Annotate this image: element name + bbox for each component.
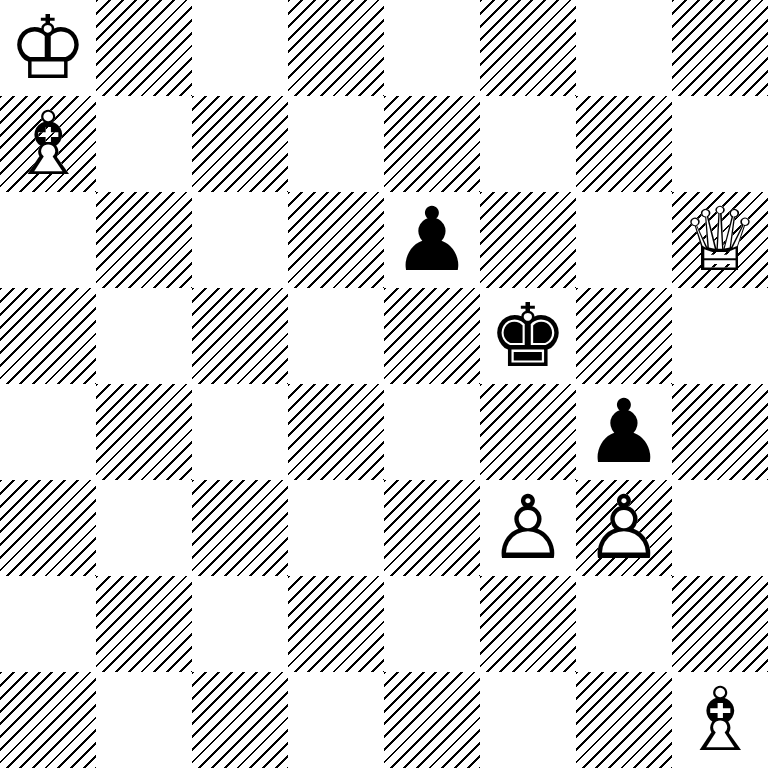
square-g3[interactable]: ♟♙	[576, 480, 672, 576]
piece-glyph: ♟	[384, 192, 480, 288]
square-d5[interactable]	[288, 288, 384, 384]
square-g2[interactable]	[576, 576, 672, 672]
square-e6[interactable]: ♟	[384, 192, 480, 288]
square-d4[interactable]	[288, 384, 384, 480]
square-d1[interactable]	[288, 672, 384, 768]
square-e7[interactable]	[384, 96, 480, 192]
square-g4[interactable]: ♟	[576, 384, 672, 480]
piece-glyph: ♚	[480, 288, 576, 384]
square-e3[interactable]	[384, 480, 480, 576]
white-pawn-piece[interactable]: ♟♙	[480, 480, 576, 576]
square-d7[interactable]	[288, 96, 384, 192]
square-c1[interactable]	[192, 672, 288, 768]
square-h7[interactable]	[672, 96, 768, 192]
square-d3[interactable]	[288, 480, 384, 576]
piece-glyph: ♙	[480, 480, 576, 576]
square-g6[interactable]	[576, 192, 672, 288]
square-c4[interactable]	[192, 384, 288, 480]
piece-glyph: ♕	[672, 192, 768, 288]
square-a1[interactable]	[0, 672, 96, 768]
square-e5[interactable]	[384, 288, 480, 384]
square-b6[interactable]	[96, 192, 192, 288]
square-h4[interactable]	[672, 384, 768, 480]
square-c8[interactable]	[192, 0, 288, 96]
square-h1[interactable]: ♝♗	[672, 672, 768, 768]
square-b1[interactable]	[96, 672, 192, 768]
square-g8[interactable]	[576, 0, 672, 96]
chess-board: ♚♔♝♗♟♛♕♚♟♟♙♟♙♝♗	[0, 0, 768, 768]
square-a6[interactable]	[0, 192, 96, 288]
piece-glyph: ♟	[576, 384, 672, 480]
white-pawn-piece[interactable]: ♟♙	[576, 480, 672, 576]
square-c2[interactable]	[192, 576, 288, 672]
white-bishop-piece[interactable]: ♝♗	[672, 672, 768, 768]
square-f5[interactable]: ♚	[480, 288, 576, 384]
square-b3[interactable]	[96, 480, 192, 576]
square-e2[interactable]	[384, 576, 480, 672]
square-b7[interactable]	[96, 96, 192, 192]
square-f1[interactable]	[480, 672, 576, 768]
square-d8[interactable]	[288, 0, 384, 96]
square-f3[interactable]: ♟♙	[480, 480, 576, 576]
square-h5[interactable]	[672, 288, 768, 384]
square-a5[interactable]	[0, 288, 96, 384]
piece-glyph: ♗	[672, 672, 768, 768]
square-e1[interactable]	[384, 672, 480, 768]
square-d2[interactable]	[288, 576, 384, 672]
white-king-piece[interactable]: ♚♔	[0, 0, 96, 96]
square-f4[interactable]	[480, 384, 576, 480]
square-c7[interactable]	[192, 96, 288, 192]
black-king-piece[interactable]: ♚	[480, 288, 576, 384]
square-h3[interactable]	[672, 480, 768, 576]
square-h2[interactable]	[672, 576, 768, 672]
black-pawn-piece[interactable]: ♟	[576, 384, 672, 480]
square-g5[interactable]	[576, 288, 672, 384]
square-a4[interactable]	[0, 384, 96, 480]
square-g7[interactable]	[576, 96, 672, 192]
square-g1[interactable]	[576, 672, 672, 768]
square-b8[interactable]	[96, 0, 192, 96]
square-h8[interactable]	[672, 0, 768, 96]
square-f7[interactable]	[480, 96, 576, 192]
square-e8[interactable]	[384, 0, 480, 96]
white-bishop-piece[interactable]: ♝♗	[0, 96, 96, 192]
white-queen-piece[interactable]: ♛♕	[672, 192, 768, 288]
piece-glyph: ♔	[0, 0, 96, 96]
square-c3[interactable]	[192, 480, 288, 576]
square-b2[interactable]	[96, 576, 192, 672]
square-h6[interactable]: ♛♕	[672, 192, 768, 288]
square-a7[interactable]: ♝♗	[0, 96, 96, 192]
square-a3[interactable]	[0, 480, 96, 576]
square-c6[interactable]	[192, 192, 288, 288]
square-d6[interactable]	[288, 192, 384, 288]
piece-glyph: ♙	[576, 480, 672, 576]
piece-glyph: ♗	[0, 96, 96, 192]
black-pawn-piece[interactable]: ♟	[384, 192, 480, 288]
square-b4[interactable]	[96, 384, 192, 480]
square-f6[interactable]	[480, 192, 576, 288]
square-b5[interactable]	[96, 288, 192, 384]
square-a8[interactable]: ♚♔	[0, 0, 96, 96]
square-a2[interactable]	[0, 576, 96, 672]
square-f2[interactable]	[480, 576, 576, 672]
square-f8[interactable]	[480, 0, 576, 96]
square-c5[interactable]	[192, 288, 288, 384]
square-e4[interactable]	[384, 384, 480, 480]
